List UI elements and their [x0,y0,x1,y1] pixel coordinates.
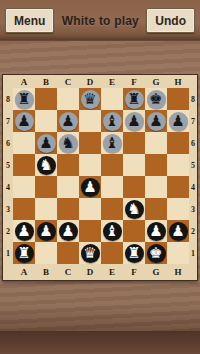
square-e2[interactable]: ♝ [101,220,123,242]
white-bishop-glyph: ♝ [105,222,118,241]
rank-label-left-5: 5 [3,154,13,176]
piece-black-king: ♚ [147,90,166,109]
board-frame-corner [189,264,197,280]
rank-label-right-5: 5 [189,154,197,176]
square-c8[interactable] [57,88,79,110]
white-pawn-glyph: ♟ [17,222,30,241]
piece-white-knight: ♞ [125,200,144,219]
black-knight-glyph: ♞ [61,134,74,153]
square-g3[interactable] [145,198,167,220]
square-c2[interactable]: ♟ [57,220,79,242]
square-b3[interactable] [35,198,57,220]
piece-black-pawn: ♟ [37,134,56,153]
black-pawn-glyph: ♟ [171,112,184,131]
square-h5[interactable] [167,154,189,176]
square-e1[interactable] [101,242,123,264]
white-rook-glyph: ♜ [17,244,30,263]
square-c3[interactable] [57,198,79,220]
file-label-bottom-g: G [145,264,167,280]
piece-white-rook: ♜ [15,244,34,263]
piece-white-rook: ♜ [125,244,144,263]
white-pawn-glyph: ♟ [39,222,52,241]
rank-label-left-4: 4 [3,176,13,198]
black-pawn-glyph: ♟ [61,112,74,131]
piece-white-pawn: ♟ [169,222,188,241]
square-a3[interactable] [13,198,35,220]
piece-white-pawn: ♟ [37,222,56,241]
square-e7[interactable]: ♝ [101,110,123,132]
square-f3[interactable]: ♞ [123,198,145,220]
board-frame-corner [3,75,13,88]
rank-label-left-8: 8 [3,88,13,110]
square-a7[interactable]: ♟ [13,110,35,132]
square-c5[interactable] [57,154,79,176]
square-f8[interactable]: ♜ [123,88,145,110]
file-label-top-a: A [13,75,35,88]
chess-board: ABCDEFGH8♜♛♜♚87♟♟♝♟♟♟76♟♞♝65♞54♟43♞32♟♟♟… [3,75,197,280]
piece-white-king: ♚ [147,244,166,263]
black-pawn-glyph: ♟ [39,134,52,153]
square-e3[interactable] [101,198,123,220]
piece-white-knight: ♞ [37,156,56,175]
square-e4[interactable] [101,176,123,198]
white-pawn-glyph: ♟ [149,222,162,241]
piece-white-pawn: ♟ [59,222,78,241]
white-rook-glyph: ♜ [127,244,140,263]
square-c4[interactable] [57,176,79,198]
black-rook-glyph: ♜ [17,90,30,109]
square-f6[interactable] [123,132,145,154]
piece-black-pawn: ♟ [59,112,78,131]
piece-black-pawn: ♟ [125,112,144,131]
piece-black-queen: ♛ [81,90,100,109]
square-d8[interactable]: ♛ [79,88,101,110]
file-label-bottom-c: C [57,264,79,280]
square-b6[interactable]: ♟ [35,132,57,154]
turn-status: White to play [62,14,139,28]
white-pawn-glyph: ♟ [83,178,96,197]
piece-black-pawn: ♟ [169,112,188,131]
square-f7[interactable]: ♟ [123,110,145,132]
square-d4[interactable]: ♟ [79,176,101,198]
black-pawn-glyph: ♟ [149,112,162,131]
file-label-top-h: H [167,75,189,88]
file-label-top-d: D [79,75,101,88]
rank-label-left-1: 1 [3,242,13,264]
file-label-top-c: C [57,75,79,88]
square-d2[interactable] [79,220,101,242]
piece-white-pawn: ♟ [147,222,166,241]
rank-label-right-8: 8 [189,88,197,110]
square-c1[interactable] [57,242,79,264]
file-label-top-e: E [101,75,123,88]
file-label-bottom-b: B [35,264,57,280]
square-h8[interactable] [167,88,189,110]
square-h7[interactable]: ♟ [167,110,189,132]
piece-black-pawn: ♟ [147,112,166,131]
square-d1[interactable]: ♛ [79,242,101,264]
file-label-bottom-f: F [123,264,145,280]
square-d7[interactable] [79,110,101,132]
square-a1[interactable]: ♜ [13,242,35,264]
chess-app-screen: Menu White to play Undo ABCDEFGH8♜♛♜♚87♟… [0,0,200,354]
rank-label-right-3: 3 [189,198,197,220]
piece-black-bishop: ♝ [103,112,122,131]
menu-button[interactable]: Menu [5,8,54,33]
square-b7[interactable] [35,110,57,132]
black-bishop-glyph: ♝ [105,134,118,153]
rank-label-right-2: 2 [189,220,197,242]
square-b5[interactable]: ♞ [35,154,57,176]
piece-white-pawn: ♟ [15,222,34,241]
black-queen-glyph: ♛ [83,90,96,109]
piece-black-pawn: ♟ [15,112,34,131]
white-queen-glyph: ♛ [83,244,96,263]
square-e8[interactable] [101,88,123,110]
chess-board-frame: ABCDEFGH8♜♛♜♚87♟♟♝♟♟♟76♟♞♝65♞54♟43♞32♟♟♟… [2,74,198,281]
square-d3[interactable] [79,198,101,220]
piece-white-queen: ♛ [81,244,100,263]
square-b8[interactable] [35,88,57,110]
square-a2[interactable]: ♟ [13,220,35,242]
square-h1[interactable] [167,242,189,264]
black-bishop-glyph: ♝ [105,112,118,131]
square-e6[interactable]: ♝ [101,132,123,154]
file-label-bottom-d: D [79,264,101,280]
square-e5[interactable] [101,154,123,176]
undo-button[interactable]: Undo [146,8,195,33]
file-label-top-b: B [35,75,57,88]
square-g6[interactable] [145,132,167,154]
square-g8[interactable]: ♚ [145,88,167,110]
black-pawn-glyph: ♟ [127,112,140,131]
piece-black-rook: ♜ [125,90,144,109]
table-edge [0,331,200,354]
piece-black-rook: ♜ [15,90,34,109]
white-king-glyph: ♚ [149,244,162,263]
file-label-top-g: G [145,75,167,88]
file-label-bottom-a: A [13,264,35,280]
square-f5[interactable] [123,154,145,176]
square-h3[interactable] [167,198,189,220]
piece-black-bishop: ♝ [103,134,122,153]
square-b4[interactable] [35,176,57,198]
square-a4[interactable] [13,176,35,198]
white-pawn-glyph: ♟ [61,222,74,241]
white-knight-glyph: ♞ [127,200,140,219]
square-c6[interactable]: ♞ [57,132,79,154]
white-knight-glyph: ♞ [39,156,52,175]
rank-label-right-7: 7 [189,110,197,132]
rank-label-right-4: 4 [189,176,197,198]
square-c7[interactable]: ♟ [57,110,79,132]
rank-label-left-2: 2 [3,220,13,242]
rank-label-left-3: 3 [3,198,13,220]
square-f2[interactable] [123,220,145,242]
board-frame-corner [189,75,197,88]
square-h6[interactable] [167,132,189,154]
piece-white-bishop: ♝ [103,222,122,241]
square-g4[interactable] [145,176,167,198]
square-f4[interactable] [123,176,145,198]
square-a6[interactable] [13,132,35,154]
piece-black-knight: ♞ [59,134,78,153]
square-g2[interactable]: ♟ [145,220,167,242]
piece-white-pawn: ♟ [81,178,100,197]
top-bar: Menu White to play Undo [0,0,200,41]
black-pawn-glyph: ♟ [17,112,30,131]
rank-label-right-6: 6 [189,132,197,154]
square-h2[interactable]: ♟ [167,220,189,242]
square-f1[interactable]: ♜ [123,242,145,264]
square-a5[interactable] [13,154,35,176]
file-label-bottom-e: E [101,264,123,280]
square-d6[interactable] [79,132,101,154]
white-pawn-glyph: ♟ [171,222,184,241]
file-label-top-f: F [123,75,145,88]
board-frame-corner [3,264,13,280]
square-g5[interactable] [145,154,167,176]
rank-label-right-1: 1 [189,242,197,264]
square-g7[interactable]: ♟ [145,110,167,132]
square-g1[interactable]: ♚ [145,242,167,264]
square-b1[interactable] [35,242,57,264]
file-label-bottom-h: H [167,264,189,280]
square-d5[interactable] [79,154,101,176]
rank-label-left-7: 7 [3,110,13,132]
square-a8[interactable]: ♜ [13,88,35,110]
square-b2[interactable]: ♟ [35,220,57,242]
black-king-glyph: ♚ [149,90,162,109]
rank-label-left-6: 6 [3,132,13,154]
square-h4[interactable] [167,176,189,198]
black-rook-glyph: ♜ [127,90,140,109]
